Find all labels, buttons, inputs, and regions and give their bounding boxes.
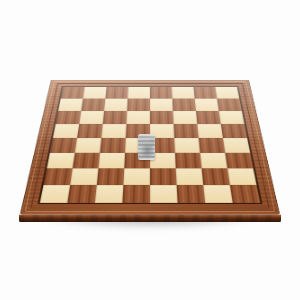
- square-r6c8: [225, 153, 253, 169]
- square-r6c3: [98, 153, 125, 169]
- board-front-edge: [18, 215, 283, 223]
- square-r7c4: [123, 168, 150, 185]
- square-r1c6: [172, 87, 195, 99]
- square-r3c5: [150, 111, 174, 124]
- square-r2c5: [150, 99, 173, 111]
- square-r5c1: [50, 138, 77, 153]
- square-r7c6: [176, 168, 203, 185]
- square-r4c7: [197, 124, 223, 138]
- square-r8c1: [40, 185, 70, 203]
- square-r8c7: [203, 185, 232, 203]
- square-r2c6: [172, 99, 196, 111]
- square-r6c7: [200, 153, 227, 169]
- square-r3c3: [103, 111, 127, 124]
- square-r6c6: [175, 153, 202, 169]
- square-r1c1: [61, 87, 85, 99]
- square-r8c6: [177, 185, 205, 203]
- square-r2c8: [217, 99, 242, 111]
- square-r6c1: [47, 153, 75, 169]
- square-r1c5: [150, 87, 172, 99]
- square-r8c8: [230, 185, 260, 203]
- square-r1c3: [105, 87, 128, 99]
- square-r3c2: [79, 111, 104, 124]
- product-photo: [0, 0, 300, 300]
- square-r4c3: [101, 124, 126, 138]
- square-r7c1: [43, 168, 72, 185]
- square-r7c8: [227, 168, 256, 185]
- square-r7c2: [70, 168, 98, 185]
- square-r1c2: [83, 87, 107, 99]
- square-r6c2: [73, 153, 100, 169]
- square-r3c4: [126, 111, 150, 124]
- square-r2c1: [58, 99, 83, 111]
- square-r2c2: [81, 99, 105, 111]
- square-r3c7: [196, 111, 221, 124]
- square-r7c3: [97, 168, 124, 185]
- square-r8c3: [95, 185, 123, 203]
- square-r4c1: [53, 124, 79, 138]
- square-r1c4: [128, 87, 150, 99]
- square-r1c7: [193, 87, 217, 99]
- square-r3c1: [56, 111, 82, 124]
- square-r4c8: [221, 124, 247, 138]
- square-r3c6: [173, 111, 197, 124]
- square-r5c3: [100, 138, 126, 153]
- square-r2c7: [195, 99, 219, 111]
- square-r5c8: [223, 138, 250, 153]
- square-r3c8: [219, 111, 245, 124]
- square-r1c8: [215, 87, 239, 99]
- square-r2c3: [104, 99, 128, 111]
- metal-logo-plaque: [138, 134, 155, 160]
- square-r7c5: [150, 168, 177, 185]
- square-r5c7: [199, 138, 226, 153]
- square-r8c4: [122, 185, 150, 203]
- square-r5c6: [174, 138, 200, 153]
- square-r7c7: [202, 168, 230, 185]
- square-r4c2: [77, 124, 103, 138]
- square-r4c6: [174, 124, 199, 138]
- square-r8c5: [150, 185, 178, 203]
- square-r8c2: [67, 185, 96, 203]
- square-r5c2: [75, 138, 102, 153]
- square-r2c4: [127, 99, 150, 111]
